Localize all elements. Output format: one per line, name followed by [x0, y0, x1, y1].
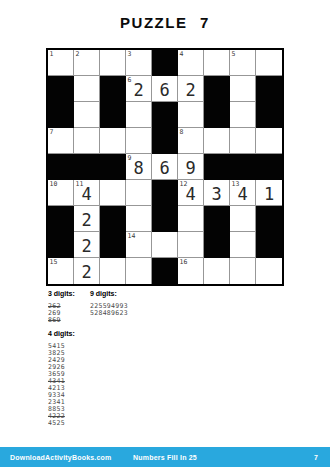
- grid-cell: [126, 258, 152, 284]
- black-cell: [48, 102, 74, 128]
- list-number: 528489623: [90, 310, 128, 317]
- grid-cell: [230, 76, 256, 102]
- fill-in-grid: 1234562627898691011412431341221415216: [46, 48, 284, 286]
- cell-digit: 2: [185, 80, 195, 100]
- cell-digit: 4: [237, 184, 247, 204]
- grid-cell: 6: [152, 154, 178, 180]
- black-cell: [256, 232, 282, 258]
- grid-cell: 2: [74, 232, 100, 258]
- clue-number: 2: [76, 50, 80, 58]
- clue-number: 8: [180, 128, 184, 136]
- grid-cell: [256, 50, 282, 76]
- grid-cell: 2: [74, 258, 100, 284]
- cell-digit: 4: [185, 184, 195, 204]
- grid-cell: 134: [230, 180, 256, 206]
- grid-cell: [100, 258, 126, 284]
- grid-cell: [74, 76, 100, 102]
- clue-number: 7: [50, 128, 54, 136]
- black-cell: [204, 206, 230, 232]
- grid-cell: 114: [74, 180, 100, 206]
- clue-number: 15: [50, 258, 58, 266]
- black-cell: [256, 154, 282, 180]
- grid-cell: [256, 128, 282, 154]
- black-cell: [100, 206, 126, 232]
- grid-cell: 5: [230, 50, 256, 76]
- list-3-digits: 3 digits: 262269869: [48, 290, 75, 324]
- clue-number: 16: [180, 258, 188, 266]
- grid-cell: [230, 102, 256, 128]
- cell-digit: 9: [185, 158, 195, 178]
- grid-cell: 4: [178, 50, 204, 76]
- black-cell: [152, 128, 178, 154]
- black-cell: [152, 206, 178, 232]
- grid-cell: [204, 258, 230, 284]
- clue-number: 1: [50, 50, 54, 58]
- grid-cell: [178, 206, 204, 232]
- grid-cell: 2: [74, 206, 100, 232]
- clue-number: 3: [128, 50, 132, 58]
- black-cell: [204, 154, 230, 180]
- grid-cell: 3: [204, 180, 230, 206]
- footer-page-number: 7: [314, 454, 318, 461]
- grid-cell: [74, 102, 100, 128]
- list-9-digits: 9 digits: 225594993528489623: [90, 290, 128, 317]
- grid-cell: [178, 102, 204, 128]
- black-cell: [100, 154, 126, 180]
- black-cell: [48, 76, 74, 102]
- grid-cell: [126, 128, 152, 154]
- grid-cell: [178, 232, 204, 258]
- list-9-digits-label: 9 digits:: [90, 290, 128, 297]
- clue-number: 14: [128, 232, 136, 240]
- list-number: 4525: [48, 420, 75, 427]
- list-3-digits-items: 262269869: [48, 303, 75, 324]
- list-number: 869: [48, 317, 75, 324]
- grid-cell: 98: [126, 154, 152, 180]
- grid-cell: 124: [178, 180, 204, 206]
- black-cell: [152, 258, 178, 284]
- black-cell: [152, 180, 178, 206]
- grid-cell: [100, 128, 126, 154]
- grid-cell: [230, 258, 256, 284]
- cell-digit: 4: [81, 184, 91, 204]
- page-title: PUZZLE 7: [0, 14, 330, 31]
- black-cell: [100, 232, 126, 258]
- clue-number: 10: [50, 180, 58, 188]
- black-cell: [256, 206, 282, 232]
- black-cell: [152, 50, 178, 76]
- grid-cell: [230, 232, 256, 258]
- cell-digit: 6: [159, 80, 169, 100]
- cell-digit: 6: [159, 158, 169, 178]
- grid-cell: 16: [178, 258, 204, 284]
- clue-number: 4: [180, 50, 184, 58]
- grid-cell: 15: [48, 258, 74, 284]
- grid-cell: 62: [126, 76, 152, 102]
- black-cell: [256, 102, 282, 128]
- grid-cell: 8: [178, 128, 204, 154]
- grid-cell: [204, 128, 230, 154]
- list-4-digits-items: 5415382524292926365943414213933423418853…: [48, 343, 75, 427]
- cell-digit: 2: [81, 236, 91, 256]
- list-9-digits-items: 225594993528489623: [90, 303, 128, 317]
- grid-cell: 9: [178, 154, 204, 180]
- black-cell: [204, 102, 230, 128]
- black-cell: [74, 154, 100, 180]
- grid-cell: 10: [48, 180, 74, 206]
- list-4-digits: 4 digits: 541538252429292636594341421393…: [48, 330, 75, 427]
- grid-cell: [152, 232, 178, 258]
- grid-cell: 14: [126, 232, 152, 258]
- cell-digit: 1: [264, 184, 274, 204]
- grid-cell: [126, 180, 152, 206]
- grid-cell: [100, 180, 126, 206]
- black-cell: [48, 154, 74, 180]
- clue-number: 5: [232, 50, 236, 58]
- list-3-digits-label: 3 digits:: [48, 290, 75, 297]
- cell-digit: 2: [81, 210, 91, 230]
- cell-digit: 2: [133, 80, 143, 100]
- cell-digit: 8: [133, 158, 143, 178]
- grid-cell: 2: [178, 76, 204, 102]
- grid-cell: [100, 50, 126, 76]
- grid-cell: [74, 128, 100, 154]
- grid-cell: [126, 102, 152, 128]
- list-4-digits-label: 4 digits:: [48, 330, 75, 337]
- cell-digit: 3: [211, 184, 221, 204]
- grid-cell: [126, 206, 152, 232]
- grid-cell: [230, 206, 256, 232]
- grid-cell: [256, 258, 282, 284]
- black-cell: [100, 102, 126, 128]
- clue-number: 6: [128, 76, 132, 84]
- grid-cell: 3: [126, 50, 152, 76]
- footer-bar: DownloadActivityBooks.com Numbers Fill I…: [0, 447, 330, 467]
- black-cell: [48, 232, 74, 258]
- black-cell: [204, 232, 230, 258]
- black-cell: [48, 206, 74, 232]
- black-cell: [152, 102, 178, 128]
- clue-number: 9: [128, 154, 132, 162]
- grid-cell: [230, 128, 256, 154]
- grid-cell: 1: [48, 50, 74, 76]
- black-cell: [230, 154, 256, 180]
- black-cell: [256, 76, 282, 102]
- grid-cell: 2: [74, 50, 100, 76]
- grid-cell: 1: [256, 180, 282, 206]
- grid-cell: [204, 50, 230, 76]
- black-cell: [204, 76, 230, 102]
- cell-digit: 2: [81, 262, 91, 282]
- grid-cell: 6: [152, 76, 178, 102]
- footer-book-title: Numbers Fill In 25: [0, 454, 330, 461]
- black-cell: [100, 76, 126, 102]
- grid-cell: 7: [48, 128, 74, 154]
